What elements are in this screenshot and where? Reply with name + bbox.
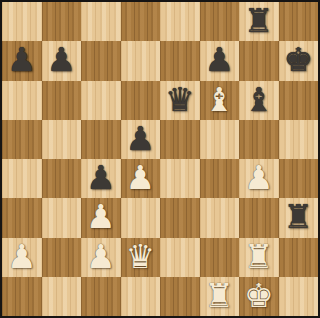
square-f7[interactable]: ♟: [200, 41, 240, 80]
square-g2[interactable]: ♜: [239, 238, 279, 277]
square-g4[interactable]: ♟: [239, 159, 279, 198]
square-h2[interactable]: [279, 238, 319, 277]
square-c4[interactable]: ♟: [81, 159, 121, 198]
square-g1[interactable]: ♚: [239, 277, 279, 316]
black-queen[interactable]: ♛: [165, 83, 195, 116]
square-e6[interactable]: ♛: [160, 81, 200, 120]
square-a3[interactable]: [2, 198, 42, 237]
black-pawn[interactable]: ♟: [7, 43, 37, 76]
square-f8[interactable]: [200, 2, 240, 41]
square-d5[interactable]: ♟: [121, 120, 161, 159]
square-h3[interactable]: ♜: [279, 198, 319, 237]
square-b4[interactable]: [42, 159, 82, 198]
square-f2[interactable]: [200, 238, 240, 277]
white-bishop[interactable]: ♝: [204, 83, 234, 116]
white-pawn[interactable]: ♟: [86, 200, 116, 233]
square-c2[interactable]: ♟: [81, 238, 121, 277]
white-pawn[interactable]: ♟: [86, 240, 116, 273]
square-h7[interactable]: ♚: [279, 41, 319, 80]
square-h8[interactable]: [279, 2, 319, 41]
white-rook[interactable]: ♜: [204, 279, 234, 312]
square-h5[interactable]: [279, 120, 319, 159]
white-rook[interactable]: ♜: [244, 240, 274, 273]
square-c3[interactable]: ♟: [81, 198, 121, 237]
square-d3[interactable]: [121, 198, 161, 237]
square-c1[interactable]: [81, 277, 121, 316]
square-a4[interactable]: [2, 159, 42, 198]
square-a2[interactable]: ♟: [2, 238, 42, 277]
square-d6[interactable]: [121, 81, 161, 120]
square-h4[interactable]: [279, 159, 319, 198]
square-c5[interactable]: [81, 120, 121, 159]
square-e7[interactable]: [160, 41, 200, 80]
white-queen[interactable]: ♛: [125, 240, 155, 273]
square-d7[interactable]: [121, 41, 161, 80]
square-a8[interactable]: [2, 2, 42, 41]
white-pawn[interactable]: ♟: [244, 161, 274, 194]
square-g5[interactable]: [239, 120, 279, 159]
square-h6[interactable]: [279, 81, 319, 120]
square-c8[interactable]: [81, 2, 121, 41]
chess-board: ♜♟♟♟♚♛♝♝♟♟♟♟♟♜♟♟♛♜♜♚: [0, 0, 320, 318]
white-king[interactable]: ♚: [244, 279, 274, 312]
square-c7[interactable]: [81, 41, 121, 80]
square-e3[interactable]: [160, 198, 200, 237]
square-f4[interactable]: [200, 159, 240, 198]
square-e4[interactable]: [160, 159, 200, 198]
square-a5[interactable]: [2, 120, 42, 159]
square-b8[interactable]: [42, 2, 82, 41]
black-bishop[interactable]: ♝: [244, 83, 274, 116]
square-a1[interactable]: [2, 277, 42, 316]
square-d8[interactable]: [121, 2, 161, 41]
black-pawn[interactable]: ♟: [46, 43, 76, 76]
square-b3[interactable]: [42, 198, 82, 237]
square-e2[interactable]: [160, 238, 200, 277]
board-grid: ♜♟♟♟♚♛♝♝♟♟♟♟♟♜♟♟♛♜♜♚: [2, 2, 318, 316]
black-rook[interactable]: ♜: [244, 4, 274, 37]
square-b7[interactable]: ♟: [42, 41, 82, 80]
square-g7[interactable]: [239, 41, 279, 80]
square-e1[interactable]: [160, 277, 200, 316]
square-h1[interactable]: [279, 277, 319, 316]
square-g3[interactable]: [239, 198, 279, 237]
white-pawn[interactable]: ♟: [125, 161, 155, 194]
square-a6[interactable]: [2, 81, 42, 120]
square-g6[interactable]: ♝: [239, 81, 279, 120]
square-f5[interactable]: [200, 120, 240, 159]
square-b1[interactable]: [42, 277, 82, 316]
square-g8[interactable]: ♜: [239, 2, 279, 41]
square-d4[interactable]: ♟: [121, 159, 161, 198]
square-a7[interactable]: ♟: [2, 41, 42, 80]
black-pawn[interactable]: ♟: [204, 43, 234, 76]
black-rook[interactable]: ♜: [283, 200, 313, 233]
square-f3[interactable]: [200, 198, 240, 237]
square-d1[interactable]: [121, 277, 161, 316]
square-b5[interactable]: [42, 120, 82, 159]
square-b6[interactable]: [42, 81, 82, 120]
square-f1[interactable]: ♜: [200, 277, 240, 316]
square-e5[interactable]: [160, 120, 200, 159]
square-b2[interactable]: [42, 238, 82, 277]
black-pawn[interactable]: ♟: [125, 122, 155, 155]
square-f6[interactable]: ♝: [200, 81, 240, 120]
white-pawn[interactable]: ♟: [7, 240, 37, 273]
black-pawn[interactable]: ♟: [86, 161, 116, 194]
square-d2[interactable]: ♛: [121, 238, 161, 277]
square-e8[interactable]: [160, 2, 200, 41]
black-king[interactable]: ♚: [283, 43, 313, 76]
square-c6[interactable]: [81, 81, 121, 120]
